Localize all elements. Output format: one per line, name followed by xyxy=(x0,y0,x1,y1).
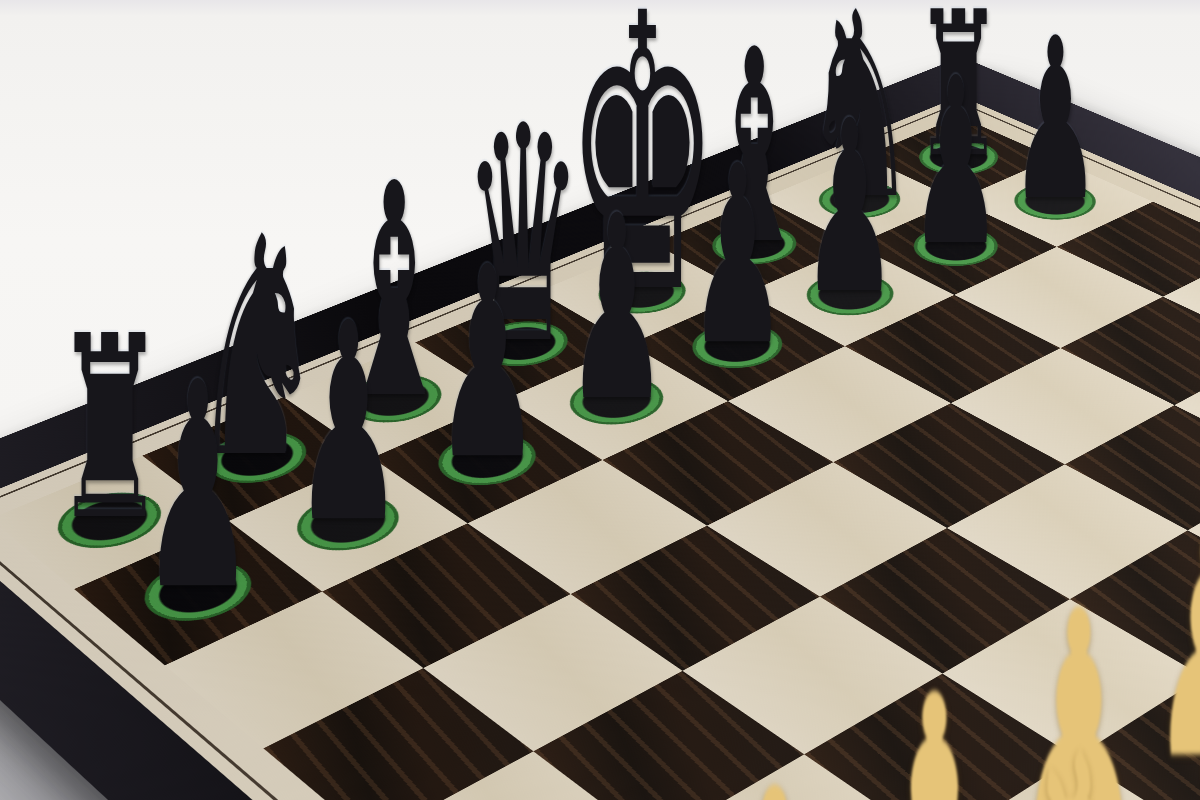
squares xyxy=(0,116,1200,800)
photo-stage: ♜♞♝♛♚♝♞♜♟♟♟♟♟♟♟♟♟♟♟♟♟♟♟♟♜♞♝♛♚♝♞♜ xyxy=(0,0,1200,800)
felt-pad xyxy=(903,133,1014,182)
felt-pad xyxy=(802,174,917,226)
felt-pad xyxy=(419,423,554,496)
felt-pad xyxy=(674,314,801,377)
felt-pad xyxy=(125,549,271,634)
felt-pad xyxy=(278,484,418,563)
felt-pad xyxy=(581,263,703,322)
felt-pad xyxy=(551,367,682,435)
felt-pad xyxy=(695,217,813,273)
felt-pad xyxy=(896,219,1015,275)
felt-pad xyxy=(40,482,180,560)
felt-pad xyxy=(997,175,1112,227)
board-field xyxy=(0,96,1200,800)
felt-pad xyxy=(329,365,460,433)
felt-pad xyxy=(459,312,585,375)
felt-pad xyxy=(190,421,325,494)
chess-board xyxy=(0,57,1200,800)
felt-pad xyxy=(789,265,911,324)
